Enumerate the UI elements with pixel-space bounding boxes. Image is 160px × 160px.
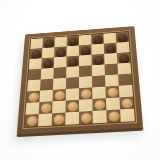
light-checker-piece[interactable] [108, 111, 119, 121]
square-e4[interactable] [79, 76, 92, 88]
board-perspective-wrap [17, 26, 143, 134]
dark-checker-piece[interactable] [118, 53, 128, 62]
light-checker-piece[interactable] [107, 87, 118, 97]
square-d4[interactable] [66, 77, 79, 89]
light-checker-piece[interactable] [54, 90, 64, 99]
square-b2[interactable] [39, 101, 53, 114]
square-f2[interactable] [92, 98, 106, 111]
square-b3[interactable] [39, 90, 53, 102]
square-c2[interactable] [52, 101, 66, 114]
light-checker-piece[interactable] [94, 100, 105, 110]
square-a3[interactable] [26, 91, 40, 103]
square-e1[interactable] [79, 111, 93, 124]
square-d3[interactable] [66, 88, 79, 100]
dark-checker-piece[interactable] [80, 46, 90, 55]
square-c4[interactable] [53, 78, 66, 90]
light-checker-piece[interactable] [26, 116, 37, 126]
dark-checker-piece[interactable] [56, 48, 66, 56]
light-checker-piece[interactable] [40, 103, 51, 113]
square-g4[interactable] [105, 74, 119, 86]
square-f1[interactable] [93, 110, 107, 123]
square-a2[interactable] [25, 102, 39, 115]
dark-checker-piece[interactable] [68, 37, 77, 45]
dark-checker-piece[interactable] [44, 39, 54, 47]
dark-checker-piece[interactable] [93, 55, 103, 64]
light-checker-piece[interactable] [81, 89, 91, 99]
square-b1[interactable] [38, 113, 52, 126]
square-a4[interactable] [27, 79, 40, 91]
dark-checker-piece[interactable] [105, 44, 115, 53]
light-checker-piece[interactable] [67, 101, 77, 111]
light-checker-piece[interactable] [28, 92, 39, 101]
square-f4[interactable] [92, 75, 105, 87]
light-checker-piece[interactable] [81, 112, 92, 122]
square-g3[interactable] [105, 86, 119, 98]
checkers-board-frame [17, 26, 143, 134]
dark-checker-piece[interactable] [93, 35, 103, 43]
square-b4[interactable] [40, 79, 53, 91]
square-h4[interactable] [118, 74, 132, 86]
square-h3[interactable] [119, 85, 133, 97]
dark-checker-piece[interactable] [68, 57, 78, 66]
square-d2[interactable] [65, 100, 79, 113]
dark-checker-piece[interactable] [117, 33, 127, 41]
dark-checker-piece[interactable] [31, 49, 41, 57]
square-h1[interactable] [120, 109, 135, 122]
square-g2[interactable] [106, 97, 120, 110]
checkers-board [25, 32, 135, 127]
square-e3[interactable] [79, 87, 92, 99]
square-f3[interactable] [92, 87, 106, 99]
light-checker-piece[interactable] [121, 98, 132, 108]
square-g1[interactable] [106, 109, 120, 122]
square-c1[interactable] [52, 113, 66, 126]
square-a1[interactable] [25, 114, 39, 127]
dark-checker-piece[interactable] [43, 59, 53, 68]
square-d1[interactable] [65, 112, 79, 125]
square-h2[interactable] [119, 97, 134, 110]
product-photo [0, 0, 160, 160]
square-e2[interactable] [79, 99, 93, 112]
square-c3[interactable] [53, 89, 66, 101]
light-checker-piece[interactable] [53, 114, 64, 124]
